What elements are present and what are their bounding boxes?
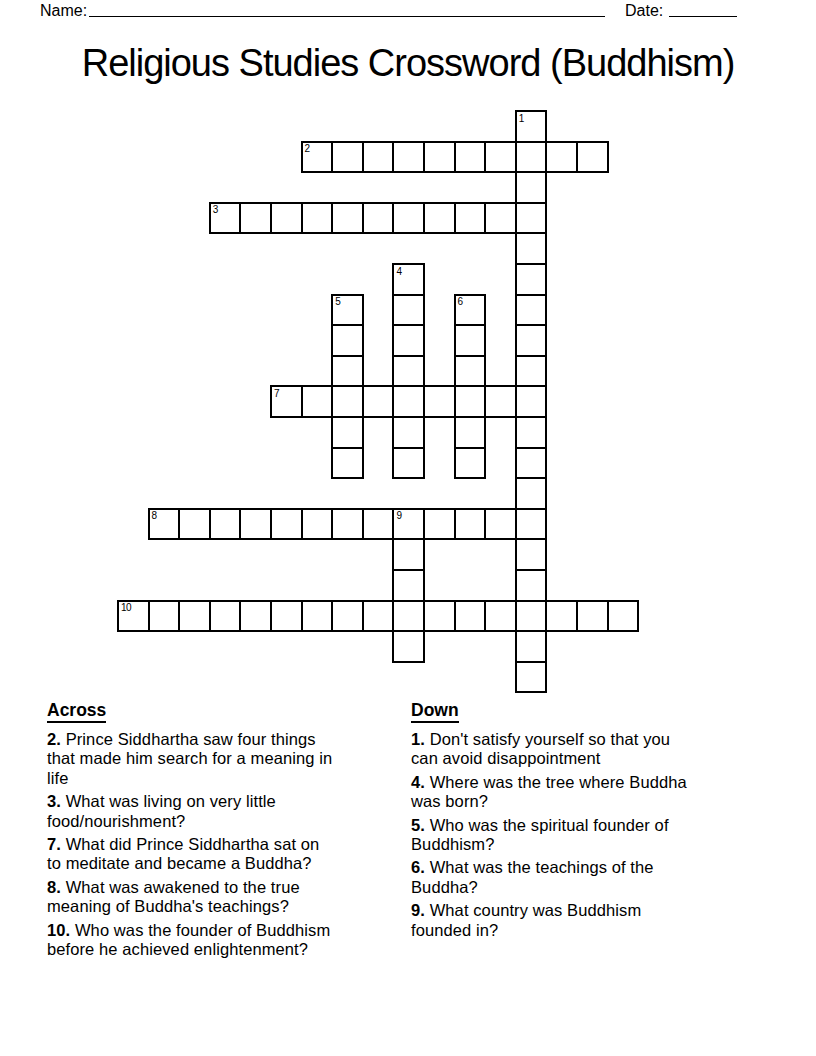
clue-across-2: 2. Prince Siddhartha saw four things tha… [47,730,409,788]
clue-number: 1. [411,730,425,748]
clue-number-label: 6 [458,296,463,307]
clue-text: Don't satisfy yourself so that you can a… [411,730,670,767]
clue-text: Prince Siddhartha saw four things that m… [47,730,332,787]
worksheet-page: { "game": "crossword", "state": "unfille… [0,0,816,1056]
grid-cell[interactable] [331,385,364,418]
grid-cell[interactable] [515,477,548,510]
grid-cell[interactable] [239,508,272,541]
grid-cell[interactable] [331,416,364,449]
grid-cell[interactable] [392,202,425,235]
page-title: Religious Studies Crossword (Buddhism) [0,42,816,85]
grid-cell[interactable] [301,508,334,541]
grid-cell[interactable] [362,385,395,418]
grid-cell[interactable] [362,600,395,633]
grid-cell[interactable] [331,355,364,388]
clue-across-10: 10. Who was the founder of Buddhism befo… [47,921,409,960]
grid-cell[interactable] [515,447,548,480]
grid-cell[interactable] [515,661,548,694]
clue-number: 10. [47,921,70,939]
clue-number-label: 3 [213,204,218,215]
grid-cell[interactable] [515,202,548,235]
clue-number-label: 2 [305,143,310,154]
clue-text: Where was the tree where Buddha was born… [411,773,687,810]
grid-cell[interactable] [545,600,578,633]
grid-cell[interactable] [515,294,548,327]
grid-cell[interactable] [209,600,242,633]
clue-text: Who was the spiritual founder of Buddhis… [411,816,669,853]
grid-cell[interactable] [607,600,640,633]
date-label: Date: [625,2,663,20]
clue-across-8: 8. What was awakened to the true meaning… [47,878,409,917]
clue-text: What was awakened to the true meaning of… [47,878,300,915]
date-blank-line[interactable] [669,0,737,17]
grid-cell[interactable]: 1 [515,110,548,143]
down-clue-list: 1. Don't satisfy yourself so that you ca… [411,730,796,940]
grid-cell[interactable] [515,569,548,602]
grid-cell[interactable] [331,324,364,357]
grid-cell[interactable] [331,141,364,174]
down-clues-section: Down 1. Don't satisfy yourself so that y… [411,701,796,944]
grid-cell[interactable] [392,538,425,571]
clue-number-label: 1 [519,113,524,124]
grid-cell[interactable] [239,202,272,235]
clue-number: 3. [47,792,61,810]
clue-number: 9. [411,901,425,919]
clue-number: 5. [411,816,425,834]
grid-cell[interactable] [515,416,548,449]
grid-cell[interactable] [454,600,487,633]
grid-cell[interactable]: 10 [117,600,150,633]
clue-text: Who was the founder of Buddhism before h… [47,921,330,958]
clue-number-label: 4 [396,266,401,277]
clue-text: What was the teachings of the Buddha? [411,858,654,895]
grid-cell[interactable] [392,416,425,449]
grid-cell[interactable] [392,294,425,327]
grid-cell[interactable] [362,508,395,541]
clue-text: What did Prince Siddhartha sat on to med… [47,835,319,872]
grid-cell[interactable] [331,202,364,235]
across-heading: Across [47,701,106,723]
grid-cell[interactable] [515,600,548,633]
across-clue-list: 2. Prince Siddhartha saw four things tha… [47,730,409,959]
grid-cell[interactable] [454,385,487,418]
grid-cell[interactable] [423,508,456,541]
name-label: Name: [40,2,87,20]
grid-cell[interactable] [484,600,517,633]
grid-cell[interactable] [484,385,517,418]
grid-cell[interactable] [392,141,425,174]
grid-cell[interactable] [454,447,487,480]
grid-cell[interactable] [515,141,548,174]
down-heading: Down [411,701,459,723]
grid-cell[interactable] [301,600,334,633]
grid-cell[interactable] [484,202,517,235]
clue-down-1: 1. Don't satisfy yourself so that you ca… [411,730,796,769]
grid-cell[interactable] [576,600,609,633]
grid-cell[interactable] [515,538,548,571]
grid-cell[interactable] [545,141,578,174]
grid-cell[interactable] [454,508,487,541]
grid-cell[interactable] [515,171,548,204]
crossword-grid: 12345678910 [117,110,641,695]
grid-cell[interactable] [576,141,609,174]
grid-cell[interactable] [515,232,548,265]
grid-cell[interactable]: 7 [270,385,303,418]
grid-cell[interactable] [392,385,425,418]
grid-cell[interactable] [270,600,303,633]
grid-cell[interactable] [423,141,456,174]
grid-cell[interactable] [515,355,548,388]
clue-across-7: 7. What did Prince Siddhartha sat on to … [47,835,409,874]
grid-cell[interactable] [331,508,364,541]
grid-cell[interactable] [484,508,517,541]
grid-cell[interactable]: 8 [148,508,181,541]
clue-number-label: 8 [152,510,157,521]
grid-cell[interactable]: 4 [392,263,425,296]
clue-number: 7. [47,835,61,853]
grid-cell[interactable] [423,600,456,633]
grid-cell[interactable] [454,355,487,388]
name-blank-line[interactable] [89,0,605,17]
grid-cell[interactable]: 9 [392,508,425,541]
clue-down-5: 5. Who was the spiritual founder of Budd… [411,816,796,855]
grid-cell[interactable] [454,416,487,449]
grid-cell[interactable] [270,508,303,541]
grid-cell[interactable] [209,508,242,541]
clue-text: What was living on very little food/nour… [47,792,276,829]
across-clues-section: Across 2. Prince Siddhartha saw four thi… [47,701,409,963]
grid-cell[interactable] [331,600,364,633]
grid-cell[interactable] [392,355,425,388]
grid-cell[interactable] [515,324,548,357]
clue-down-9: 9. What country was Buddhism founded in? [411,901,796,940]
grid-cell[interactable] [484,141,517,174]
grid-cell[interactable] [515,630,548,663]
grid-cell[interactable] [362,202,395,235]
clue-down-4: 4. Where was the tree where Buddha was b… [411,773,796,812]
clue-across-3: 3. What was living on very little food/n… [47,792,409,831]
clue-number-label: 7 [274,388,279,399]
clue-down-6: 6. What was the teachings of the Buddha? [411,858,796,897]
grid-cell[interactable]: 3 [209,202,242,235]
grid-cell[interactable] [454,202,487,235]
grid-cell[interactable] [331,447,364,480]
clue-number: 6. [411,858,425,876]
clue-number: 4. [411,773,425,791]
grid-cell[interactable]: 2 [301,141,334,174]
grid-cell[interactable] [423,202,456,235]
grid-cell[interactable] [392,630,425,663]
grid-cell[interactable] [392,447,425,480]
grid-cell[interactable] [515,263,548,296]
grid-cell[interactable] [362,141,395,174]
grid-cell[interactable] [392,600,425,633]
grid-cell[interactable] [301,385,334,418]
grid-cell[interactable] [515,508,548,541]
grid-cell[interactable] [454,141,487,174]
clue-number: 2. [47,730,61,748]
grid-cell[interactable] [515,385,548,418]
grid-cell[interactable] [392,569,425,602]
clue-text: What country was Buddhism founded in? [411,901,641,938]
grid-cell[interactable] [178,600,211,633]
grid-cell[interactable] [454,324,487,357]
grid-cell[interactable]: 5 [331,294,364,327]
clue-number: 8. [47,878,61,896]
clue-number-label: 9 [396,510,401,521]
grid-cell[interactable] [178,508,211,541]
grid-cell[interactable] [301,202,334,235]
grid-cell[interactable] [270,202,303,235]
grid-cell[interactable] [423,385,456,418]
grid-cell[interactable] [239,600,272,633]
grid-cell[interactable] [392,324,425,357]
clue-number-label: 5 [335,296,340,307]
grid-cell[interactable]: 6 [454,294,487,327]
grid-cell[interactable] [148,600,181,633]
clue-number-label: 10 [121,602,131,613]
